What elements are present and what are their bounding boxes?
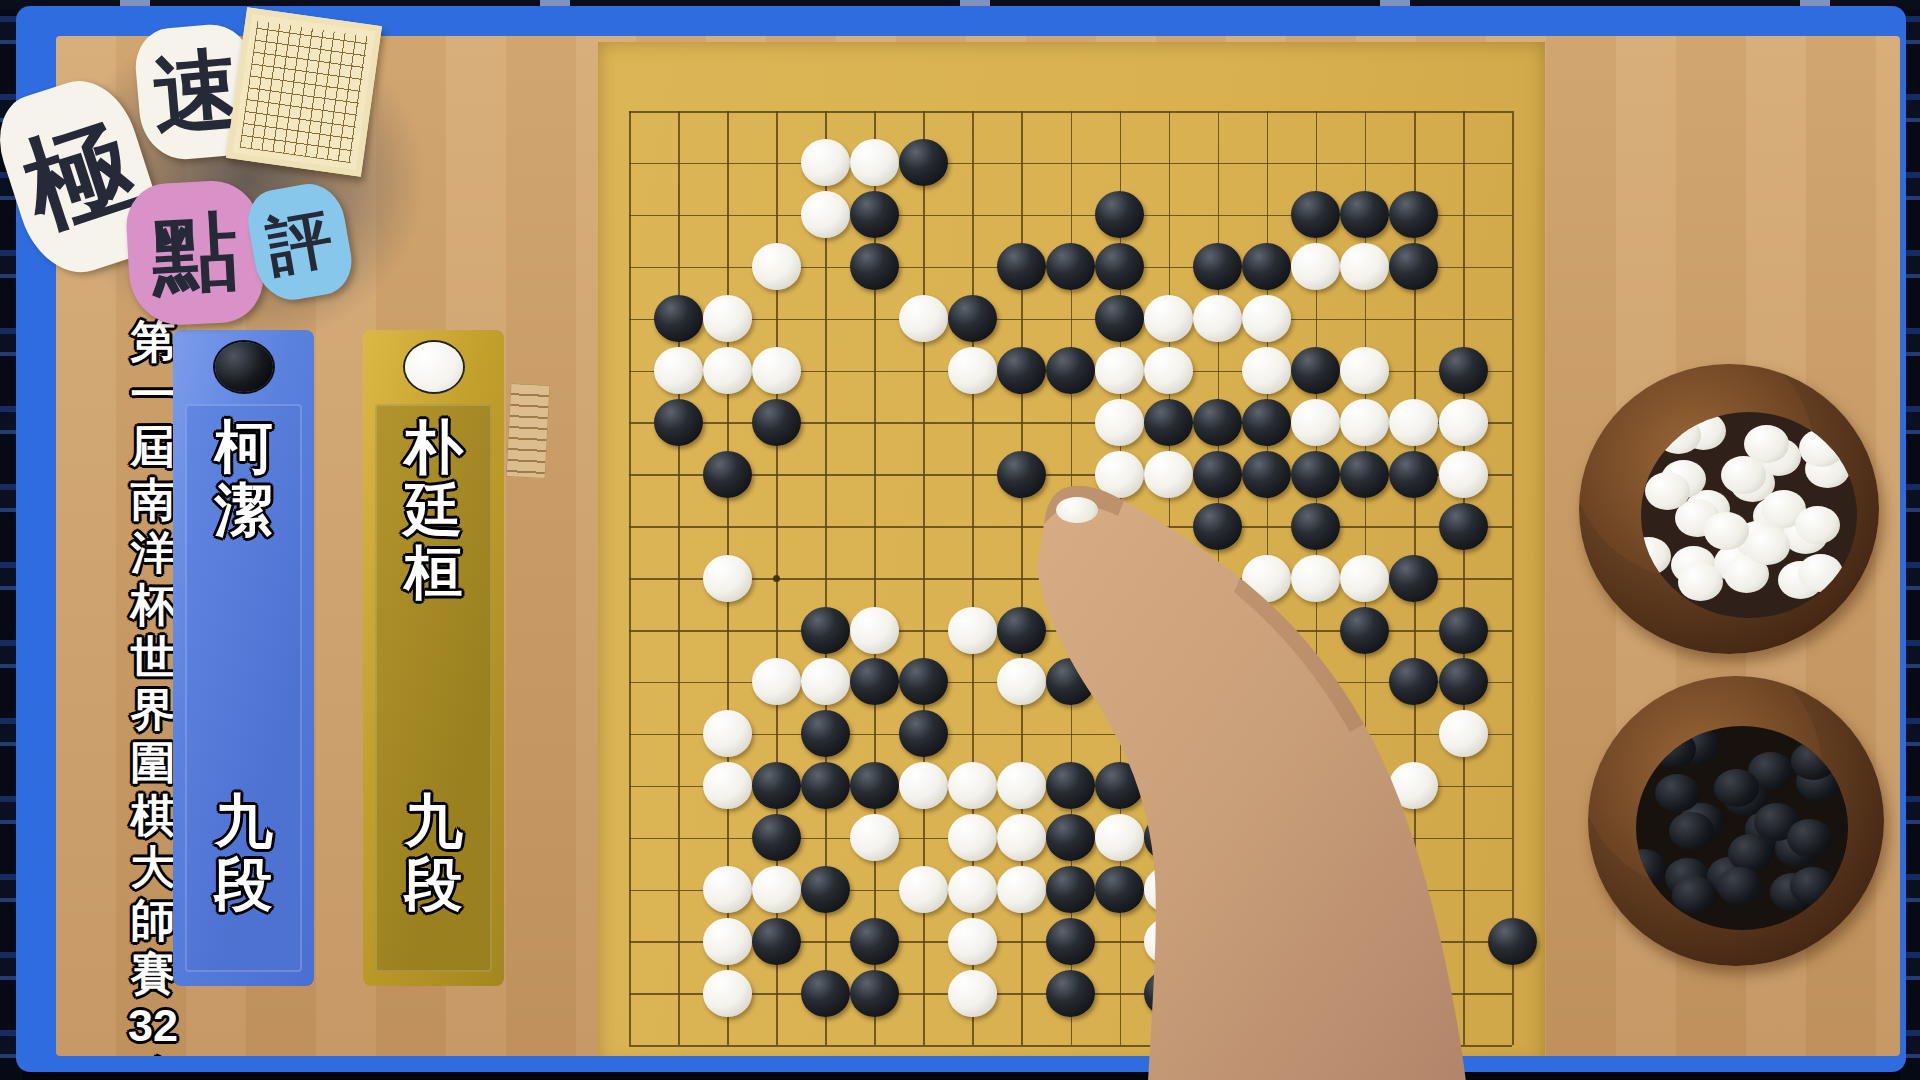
white-stone <box>1144 918 1193 965</box>
white-stone <box>1095 399 1144 446</box>
white-player-name: 朴廷桓 <box>363 416 504 604</box>
white-stone <box>1242 555 1291 602</box>
black-stone <box>1046 347 1095 394</box>
black-stone <box>1389 243 1438 290</box>
white-stone <box>752 243 801 290</box>
black-stone <box>1193 503 1242 550</box>
white-stone <box>948 762 997 809</box>
vertical-char: 強 <box>131 1053 176 1056</box>
white-stone-icon <box>405 342 463 392</box>
vertical-char: 潔 <box>215 479 273 542</box>
black-stone <box>1095 762 1144 809</box>
black-stone <box>1291 451 1340 498</box>
black-stone <box>1046 814 1095 861</box>
bowl-black-stone <box>1790 867 1835 905</box>
table-background: 第一屆南洋杯世界圍棋大師賽32強 柯潔 九段 朴廷桓 九段 <box>56 36 1900 1056</box>
black-stone <box>1095 191 1144 238</box>
black-stone <box>1439 607 1488 654</box>
bowl-white-stone <box>1744 425 1789 463</box>
black-stone <box>752 762 801 809</box>
grid-line <box>1463 111 1465 1045</box>
bowl-white-stone <box>1745 527 1790 565</box>
bowl-black-stone <box>1636 849 1666 887</box>
grid-line <box>1512 111 1514 1045</box>
black-stone <box>752 918 801 965</box>
black-stone <box>1439 503 1488 550</box>
white-stone <box>703 970 752 1017</box>
black-stone <box>1242 399 1291 446</box>
white-stone <box>899 866 948 913</box>
white-stone <box>1144 295 1193 342</box>
black-stone <box>1046 762 1095 809</box>
white-stone <box>1340 243 1389 290</box>
white-stone <box>1144 866 1193 913</box>
black-stone <box>1389 555 1438 602</box>
white-stone <box>1291 555 1340 602</box>
black-stone <box>1340 607 1389 654</box>
folded-fan <box>506 383 551 479</box>
white-stone <box>703 347 752 394</box>
white-stone <box>703 918 752 965</box>
white-stone <box>1439 399 1488 446</box>
black-stone <box>801 762 850 809</box>
black-stone <box>752 399 801 446</box>
bowl-black-stone <box>1651 730 1696 768</box>
white-stone <box>752 347 801 394</box>
white-stone <box>703 710 752 757</box>
white-stone <box>997 814 1046 861</box>
white-stone <box>997 762 1046 809</box>
black-stone <box>997 347 1046 394</box>
black-stone <box>1046 658 1095 705</box>
white-stone <box>948 866 997 913</box>
black-stone <box>1144 814 1193 861</box>
black-stone-icon <box>215 342 273 392</box>
white-stone <box>1291 243 1340 290</box>
black-stone <box>1046 918 1095 965</box>
vertical-char: 世 <box>131 632 176 685</box>
bowl-black-stone <box>1655 774 1700 812</box>
vertical-char: 桓 <box>405 541 463 604</box>
white-stone <box>948 347 997 394</box>
black-stone <box>1439 347 1488 394</box>
bowl-black-stone <box>1791 742 1836 780</box>
white-stone <box>850 139 899 186</box>
white-stone <box>1144 347 1193 394</box>
white-stone <box>948 918 997 965</box>
white-stone <box>654 347 703 394</box>
black-stone <box>1389 658 1438 705</box>
grid-line <box>629 734 1512 736</box>
vertical-char: 廷 <box>405 479 463 542</box>
white-stone <box>1193 762 1242 809</box>
black-player-plate: 柯潔 九段 <box>173 330 314 986</box>
black-stone <box>1095 866 1144 913</box>
black-stone <box>654 295 703 342</box>
bowl-white-stone <box>1798 554 1843 592</box>
white-stone <box>703 866 752 913</box>
black-stone <box>1193 243 1242 290</box>
white-stone <box>850 607 899 654</box>
white-stone <box>1340 555 1389 602</box>
logo-goboard-icon <box>226 7 382 176</box>
white-stone <box>1144 451 1193 498</box>
white-stone <box>1340 399 1389 446</box>
vertical-char: 九 <box>215 790 273 853</box>
bowl-white-stone <box>1641 537 1671 575</box>
vertical-char: 棋 <box>131 790 176 843</box>
white-stone <box>1095 607 1144 654</box>
black-player-rank: 九段 <box>173 790 314 915</box>
black-stone <box>997 243 1046 290</box>
vertical-char: 洋 <box>131 527 176 580</box>
logo-goboard-grid <box>240 21 369 163</box>
white-stone-bowl-opening <box>1641 412 1857 618</box>
black-stone <box>1242 918 1291 965</box>
black-stone-bowl-opening <box>1636 726 1848 930</box>
white-stone <box>850 814 899 861</box>
black-stone <box>1193 399 1242 446</box>
black-stone <box>1389 191 1438 238</box>
black-stone <box>703 451 752 498</box>
logo-char: 評 <box>261 194 339 291</box>
black-stone <box>801 710 850 757</box>
white-stone <box>801 658 850 705</box>
white-stone <box>1095 347 1144 394</box>
black-stone <box>1242 451 1291 498</box>
vertical-char: 界 <box>131 684 176 737</box>
black-stone <box>1340 191 1389 238</box>
bowl-black-stone <box>1672 876 1717 914</box>
logo-sticker-dian: 點 <box>124 179 265 328</box>
black-stone <box>1291 503 1340 550</box>
white-stone <box>703 555 752 602</box>
black-stone <box>1488 918 1537 965</box>
black-stone <box>1144 399 1193 446</box>
white-stone <box>801 191 850 238</box>
black-stone <box>850 658 899 705</box>
white-stone <box>1095 451 1144 498</box>
white-stone <box>948 814 997 861</box>
bowl-black-stone <box>1669 812 1714 850</box>
grid-line <box>629 1045 1512 1047</box>
black-stone <box>1291 191 1340 238</box>
black-stone <box>850 918 899 965</box>
black-stone <box>1046 970 1095 1017</box>
white-player-plate: 朴廷桓 九段 <box>363 330 504 986</box>
bowl-black-stone <box>1717 867 1762 905</box>
white-stone <box>1439 710 1488 757</box>
white-stone <box>997 658 1046 705</box>
vertical-char: 一 <box>131 369 176 422</box>
white-stone <box>1389 762 1438 809</box>
black-stone <box>1340 451 1389 498</box>
black-stone <box>899 710 948 757</box>
white-stone <box>899 762 948 809</box>
vertical-char: 賽 <box>131 948 176 1001</box>
vertical-char: 段 <box>215 853 273 916</box>
white-stone-bowl <box>1579 364 1879 654</box>
black-stone <box>1046 243 1095 290</box>
black-stone <box>997 451 1046 498</box>
white-stone <box>703 762 752 809</box>
black-stone <box>801 866 850 913</box>
star-point <box>1361 886 1368 893</box>
logo-char: 點 <box>149 192 241 313</box>
vertical-char: 九 <box>405 790 463 853</box>
black-stone <box>997 607 1046 654</box>
black-stone <box>1291 347 1340 394</box>
white-stone <box>1193 866 1242 913</box>
black-stone <box>1144 970 1193 1017</box>
go-board <box>598 42 1545 1056</box>
vertical-char: 朴 <box>405 416 463 479</box>
vertical-char: 柯 <box>215 416 273 479</box>
white-stone <box>1340 347 1389 394</box>
black-stone <box>1095 295 1144 342</box>
black-stone <box>1046 866 1095 913</box>
black-stone <box>850 762 899 809</box>
white-stone <box>899 295 948 342</box>
white-stone <box>1242 347 1291 394</box>
black-stone <box>1193 451 1242 498</box>
white-stone <box>1389 399 1438 446</box>
black-stone <box>850 243 899 290</box>
vertical-char: 屆 <box>131 421 176 474</box>
vertical-char: 大 <box>131 842 176 895</box>
black-stone <box>1389 451 1438 498</box>
white-stone <box>801 139 850 186</box>
vertical-char: 32 <box>128 1000 178 1053</box>
white-stone <box>1291 399 1340 446</box>
vertical-char: 杯 <box>131 579 176 632</box>
black-stone <box>1095 658 1144 705</box>
black-stone <box>1095 243 1144 290</box>
bowl-black-stone <box>1787 819 1832 857</box>
black-player-name: 柯潔 <box>173 416 314 541</box>
black-stone <box>1144 762 1193 809</box>
vertical-char: 第 <box>131 316 176 369</box>
white-stone <box>1439 451 1488 498</box>
black-stone <box>801 607 850 654</box>
bowl-white-stone <box>1795 506 1840 544</box>
black-stone <box>850 970 899 1017</box>
white-stone <box>1193 295 1242 342</box>
black-stone <box>752 814 801 861</box>
held-white-stone <box>1056 497 1098 523</box>
white-stone <box>1242 295 1291 342</box>
bowl-white-stone <box>1799 429 1844 467</box>
black-stone <box>948 295 997 342</box>
white-stone <box>752 658 801 705</box>
vertical-char: 圍 <box>131 737 176 790</box>
star-point <box>773 575 780 582</box>
star-point <box>1067 575 1074 582</box>
vertical-char: 師 <box>131 895 176 948</box>
black-stone <box>899 658 948 705</box>
black-stone <box>801 970 850 1017</box>
white-stone <box>948 607 997 654</box>
bowl-white-stone <box>1678 563 1723 601</box>
white-stone <box>1095 814 1144 861</box>
white-stone <box>997 866 1046 913</box>
vertical-char: 段 <box>405 853 463 916</box>
black-stone-bowl <box>1588 676 1884 966</box>
white-stone <box>948 970 997 1017</box>
black-stone <box>1242 243 1291 290</box>
black-stone <box>1439 658 1488 705</box>
white-player-rank: 九段 <box>363 790 504 915</box>
white-stone <box>752 866 801 913</box>
black-stone <box>654 399 703 446</box>
black-stone <box>899 139 948 186</box>
black-stone <box>850 191 899 238</box>
video-frame: 第一屆南洋杯世界圍棋大師賽32強 柯潔 九段 朴廷桓 九段 速 極 點 評 <box>0 0 1920 1080</box>
vertical-char: 南 <box>131 474 176 527</box>
white-stone <box>703 295 752 342</box>
